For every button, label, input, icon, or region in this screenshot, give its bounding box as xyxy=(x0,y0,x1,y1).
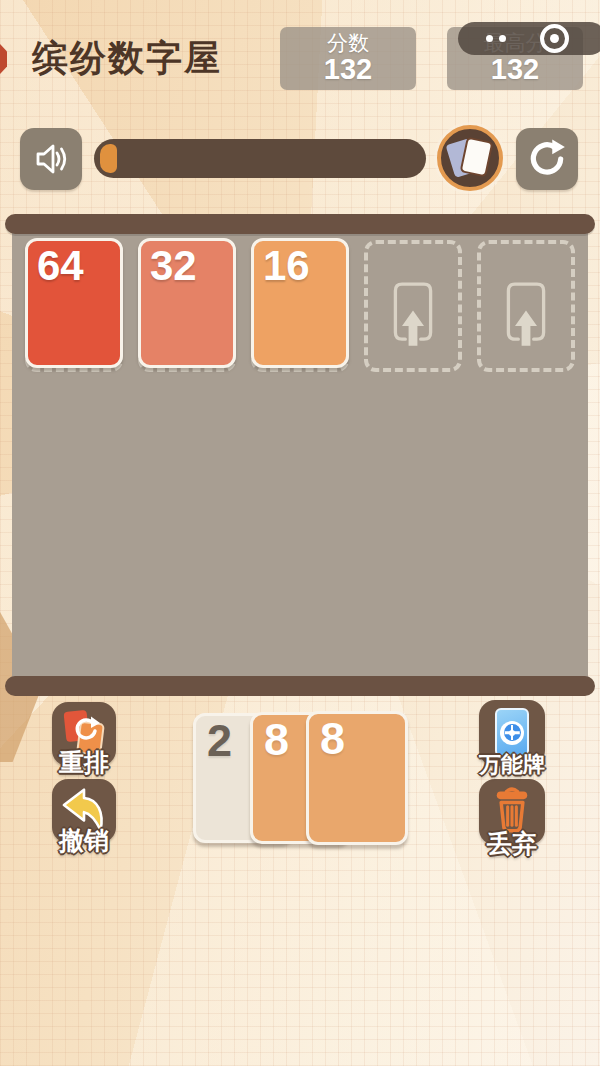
discard-label: 丢弃 xyxy=(460,827,564,860)
board: 64 32 16 xyxy=(12,222,588,680)
board-slot-1[interactable]: 64 xyxy=(25,238,123,372)
hand-card-8b[interactable]: 8 xyxy=(306,711,408,845)
progress-fill xyxy=(100,144,117,173)
deck-button[interactable] xyxy=(437,125,503,191)
slot-outline xyxy=(477,240,575,372)
reshuffle-label: 重排 xyxy=(32,746,136,779)
refresh-icon xyxy=(526,138,568,180)
card-value: 32 xyxy=(150,242,197,290)
progress-bar xyxy=(94,139,426,178)
board-slot-2[interactable]: 32 xyxy=(138,238,236,372)
sound-button[interactable] xyxy=(20,128,82,190)
record-dot xyxy=(499,35,506,42)
slot-outline xyxy=(364,240,462,372)
screen-record-indicator[interactable] xyxy=(458,22,600,55)
card-value: 64 xyxy=(37,242,84,290)
score-box: 分数 132 xyxy=(280,27,416,90)
board-slot-5-empty[interactable] xyxy=(477,238,575,372)
board-slot-3[interactable]: 16 xyxy=(251,238,349,372)
deck-card-front-icon xyxy=(460,137,494,178)
undo-label: 撤销 xyxy=(32,824,136,857)
board-card-16[interactable]: 16 xyxy=(251,238,349,368)
drop-card-up-arrow-icon xyxy=(391,282,435,348)
card-value: 8 xyxy=(264,713,289,767)
best-score-value: 132 xyxy=(491,54,539,86)
card-value: 16 xyxy=(263,242,310,290)
shuffle-arrows-icon xyxy=(69,715,103,749)
board-bottom-bar xyxy=(5,676,595,696)
score-value: 132 xyxy=(324,54,372,86)
score-label: 分数 xyxy=(327,31,369,54)
card-value: 2 xyxy=(207,714,232,768)
record-dot xyxy=(486,35,493,42)
speaker-icon xyxy=(31,139,71,179)
page-title: 缤纷数字屋 xyxy=(32,34,222,83)
record-icon xyxy=(540,24,569,53)
drop-card-up-arrow-icon xyxy=(504,282,548,348)
board-card-64[interactable]: 64 xyxy=(25,238,123,368)
wildcard-label: 万能牌 xyxy=(456,750,568,780)
game-screen: 缤纷数字屋 分数 132 最高分 132 xyxy=(0,0,600,1066)
card-value: 8 xyxy=(320,712,345,766)
board-top-bar xyxy=(5,214,595,234)
restart-button[interactable] xyxy=(516,128,578,190)
board-slot-4-empty[interactable] xyxy=(364,238,462,372)
board-card-32[interactable]: 32 xyxy=(138,238,236,368)
